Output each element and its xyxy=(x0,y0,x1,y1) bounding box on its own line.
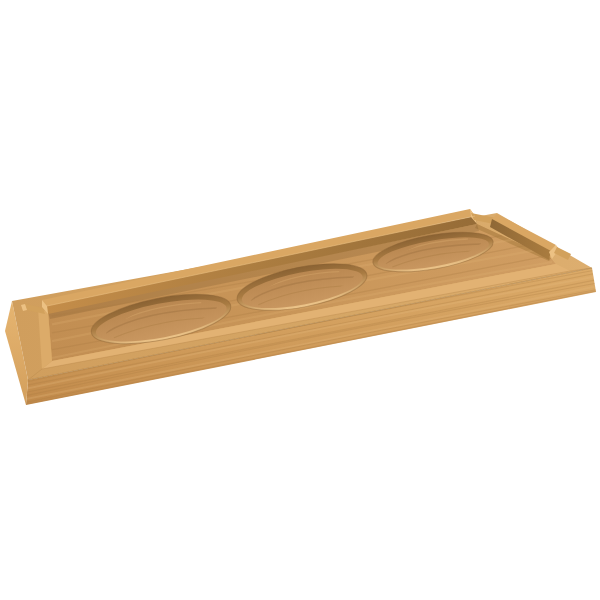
wooden-tray xyxy=(0,0,600,600)
wooden-tray-figure xyxy=(0,0,600,600)
product-photo xyxy=(0,0,600,600)
